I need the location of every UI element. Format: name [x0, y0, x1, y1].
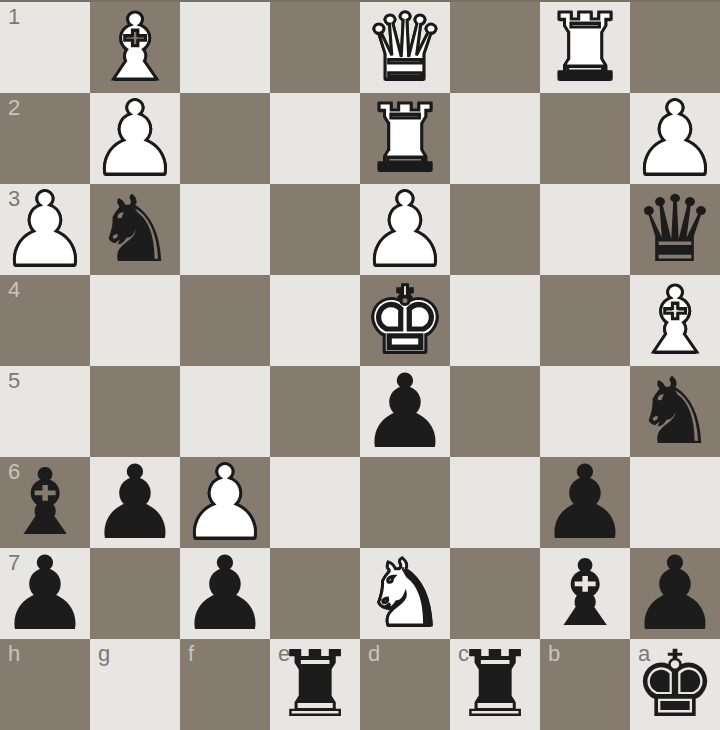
white-pawn-piece[interactable]: ♟: [0, 184, 91, 275]
rank-label-2: 2: [8, 97, 20, 119]
square-a4[interactable]: ♝: [630, 275, 720, 366]
black-pawn-piece[interactable]: ♟: [0, 548, 91, 639]
white-queen-piece[interactable]: ♛: [364, 2, 446, 93]
square-c4[interactable]: [450, 275, 540, 366]
square-d7[interactable]: ♞: [360, 548, 450, 639]
square-h7[interactable]: 7♟: [0, 548, 90, 639]
square-e4[interactable]: [270, 275, 360, 366]
square-g6[interactable]: ♟: [90, 457, 180, 548]
square-a5[interactable]: ♞: [630, 366, 720, 457]
rank-label-5: 5: [8, 370, 20, 392]
black-pawn-piece[interactable]: ♟: [629, 548, 720, 639]
square-d1[interactable]: ♛: [360, 2, 450, 93]
black-bishop-piece[interactable]: ♝: [544, 548, 626, 639]
square-h1[interactable]: 1: [0, 2, 90, 93]
rank-label-1: 1: [8, 6, 20, 28]
black-pawn-piece[interactable]: ♟: [89, 457, 180, 548]
square-a8[interactable]: a♚: [630, 639, 720, 730]
square-b8[interactable]: b: [540, 639, 630, 730]
white-pawn-piece[interactable]: ♟: [89, 93, 180, 184]
square-a7[interactable]: ♟: [630, 548, 720, 639]
square-h3[interactable]: 3♟: [0, 184, 90, 275]
chess-board-grid: 1♝♛♜2♟♜♟3♟♞♟♛4♚♝5♟♞6♝♟♟♟7♟♟♞♝♟hgfe♜dc♜ba…: [0, 2, 720, 730]
square-g8[interactable]: g: [90, 639, 180, 730]
white-knight-piece[interactable]: ♞: [364, 548, 446, 639]
black-knight-piece[interactable]: ♞: [94, 184, 176, 275]
square-c3[interactable]: [450, 184, 540, 275]
chess-board: 1♝♛♜2♟♜♟3♟♞♟♛4♚♝5♟♞6♝♟♟♟7♟♟♞♝♟hgfe♜dc♜ba…: [0, 0, 720, 730]
square-f4[interactable]: [180, 275, 270, 366]
square-e7[interactable]: [270, 548, 360, 639]
square-c2[interactable]: [450, 93, 540, 184]
square-e6[interactable]: [270, 457, 360, 548]
square-c5[interactable]: [450, 366, 540, 457]
square-g4[interactable]: [90, 275, 180, 366]
black-rook-piece[interactable]: ♜: [454, 639, 536, 730]
square-b7[interactable]: ♝: [540, 548, 630, 639]
square-d8[interactable]: d: [360, 639, 450, 730]
square-b2[interactable]: [540, 93, 630, 184]
square-g3[interactable]: ♞: [90, 184, 180, 275]
square-b1[interactable]: ♜: [540, 2, 630, 93]
square-b3[interactable]: [540, 184, 630, 275]
square-a3[interactable]: ♛: [630, 184, 720, 275]
square-c6[interactable]: [450, 457, 540, 548]
square-e2[interactable]: [270, 93, 360, 184]
black-knight-piece[interactable]: ♞: [634, 366, 716, 457]
white-pawn-piece[interactable]: ♟: [359, 184, 450, 275]
black-pawn-piece[interactable]: ♟: [359, 366, 450, 457]
white-rook-piece[interactable]: ♜: [544, 2, 626, 93]
black-pawn-piece[interactable]: ♟: [539, 457, 630, 548]
white-bishop-piece[interactable]: ♝: [634, 275, 716, 366]
square-f2[interactable]: [180, 93, 270, 184]
square-d5[interactable]: ♟: [360, 366, 450, 457]
square-h5[interactable]: 5: [0, 366, 90, 457]
file-label-g: g: [98, 643, 110, 665]
black-pawn-piece[interactable]: ♟: [179, 548, 270, 639]
square-a2[interactable]: ♟: [630, 93, 720, 184]
square-c8[interactable]: c♜: [450, 639, 540, 730]
square-f7[interactable]: ♟: [180, 548, 270, 639]
square-g2[interactable]: ♟: [90, 93, 180, 184]
square-b4[interactable]: [540, 275, 630, 366]
square-b6[interactable]: ♟: [540, 457, 630, 548]
square-e8[interactable]: e♜: [270, 639, 360, 730]
square-c7[interactable]: [450, 548, 540, 639]
square-f1[interactable]: [180, 2, 270, 93]
square-e1[interactable]: [270, 2, 360, 93]
square-d3[interactable]: ♟: [360, 184, 450, 275]
black-rook-piece[interactable]: ♜: [274, 639, 356, 730]
black-king-piece[interactable]: ♚: [634, 639, 716, 730]
black-queen-piece[interactable]: ♛: [634, 184, 716, 275]
square-e5[interactable]: [270, 366, 360, 457]
square-f3[interactable]: [180, 184, 270, 275]
square-c1[interactable]: [450, 2, 540, 93]
white-pawn-piece[interactable]: ♟: [629, 93, 720, 184]
square-e3[interactable]: [270, 184, 360, 275]
